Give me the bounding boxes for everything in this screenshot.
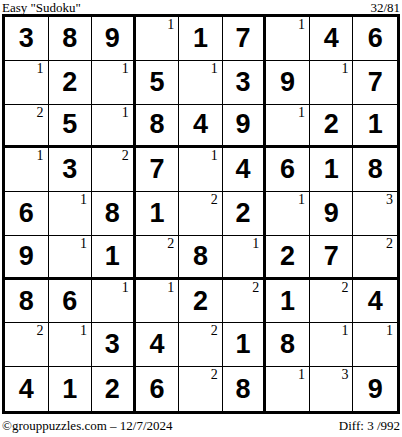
cell-r4c1[interactable]: 1 — [5, 148, 49, 192]
cell-value: 8 — [266, 323, 309, 366]
cell-r6c5[interactable]: 8 — [179, 236, 223, 280]
cell-value: 8 — [179, 236, 222, 277]
cell-r4c8[interactable]: 1 — [310, 148, 354, 192]
cell-value: 3 — [5, 17, 48, 60]
cell-r1c2[interactable]: 8 — [49, 17, 93, 61]
pencil-mark: 2 — [37, 324, 44, 338]
header: Easy "Sudoku" 32/81 — [0, 0, 402, 14]
cell-r3c7[interactable]: 1 — [266, 105, 310, 149]
cell-value: 8 — [136, 105, 179, 146]
cell-r1c6[interactable]: 7 — [223, 17, 267, 61]
pencil-mark: 1 — [252, 237, 259, 251]
cell-value: 1 — [266, 280, 309, 323]
sudoku-board: 3891171461215139172518491211327146186181… — [2, 14, 400, 414]
copyright-text: ©grouppuzzles.com – 12/7/2024 — [2, 419, 173, 433]
cell-r7c9[interactable]: 4 — [353, 280, 397, 324]
cell-r3c2[interactable]: 5 — [49, 105, 93, 149]
cell-r8c4[interactable]: 4 — [136, 323, 180, 367]
cell-value: 9 — [310, 192, 353, 235]
pencil-mark: 1 — [341, 324, 348, 338]
cell-r2c9[interactable]: 7 — [353, 61, 397, 105]
pencil-mark: 2 — [252, 281, 259, 295]
cell-r6c9[interactable]: 2 — [353, 236, 397, 280]
cell-r4c3[interactable]: 2 — [92, 148, 136, 192]
cell-r5c2[interactable]: 1 — [49, 192, 93, 236]
cell-r6c7[interactable]: 2 — [266, 236, 310, 280]
cell-value: 9 — [223, 105, 264, 146]
cell-r3c8[interactable]: 2 — [310, 105, 354, 149]
cell-r3c4[interactable]: 8 — [136, 105, 180, 149]
cell-value: 6 — [266, 148, 309, 191]
cell-r4c4[interactable]: 7 — [136, 148, 180, 192]
difficulty-text: Diff: 3 /992 — [339, 419, 400, 433]
cell-r5c1[interactable]: 6 — [5, 192, 49, 236]
cell-r8c2[interactable]: 1 — [49, 323, 93, 367]
cell-value: 5 — [49, 105, 92, 146]
cell-value: 4 — [136, 323, 179, 366]
cell-r5c9[interactable]: 3 — [353, 192, 397, 236]
cell-r9c7[interactable]: 1 — [266, 367, 310, 411]
cell-r5c8[interactable]: 9 — [310, 192, 354, 236]
cell-value: 1 — [92, 236, 133, 277]
cell-value: 4 — [223, 148, 264, 191]
cell-r3c3[interactable]: 1 — [92, 105, 136, 149]
cell-r1c1[interactable]: 3 — [5, 17, 49, 61]
cell-value: 2 — [266, 236, 309, 277]
cell-r2c5[interactable]: 1 — [179, 61, 223, 105]
cell-value: 4 — [353, 280, 397, 323]
pencil-mark: 2 — [386, 237, 393, 251]
cell-r8c5[interactable]: 2 — [179, 323, 223, 367]
pencil-mark: 1 — [211, 149, 218, 163]
pencil-mark: 1 — [298, 106, 305, 120]
pencil-mark: 1 — [122, 281, 129, 295]
cell-value: 9 — [353, 367, 397, 411]
pencil-mark: 1 — [37, 62, 44, 76]
pencil-mark: 1 — [167, 18, 174, 32]
pencil-mark: 1 — [298, 18, 305, 32]
pencil-mark: 2 — [341, 281, 348, 295]
cell-r7c2[interactable]: 6 — [49, 280, 93, 324]
cell-value: 2 — [223, 192, 264, 235]
cell-r8c1[interactable]: 2 — [5, 323, 49, 367]
cell-r7c5[interactable]: 2 — [179, 280, 223, 324]
pencil-mark: 1 — [167, 281, 174, 295]
cell-value: 1 — [310, 148, 353, 191]
progress-counter: 32/81 — [370, 1, 400, 14]
cell-r1c9[interactable]: 6 — [353, 17, 397, 61]
cell-r9c3[interactable]: 2 — [92, 367, 136, 411]
cell-r1c3[interactable]: 9 — [92, 17, 136, 61]
cell-r5c5[interactable]: 2 — [179, 192, 223, 236]
pencil-mark: 2 — [211, 324, 218, 338]
cell-r4c5[interactable]: 1 — [179, 148, 223, 192]
pencil-mark: 1 — [341, 62, 348, 76]
cell-value: 8 — [223, 367, 264, 411]
cell-value: 9 — [5, 236, 48, 277]
cell-r8c8[interactable]: 1 — [310, 323, 354, 367]
cell-r1c7[interactable]: 1 — [266, 17, 310, 61]
cell-r5c7[interactable]: 1 — [266, 192, 310, 236]
cell-value: 8 — [49, 17, 92, 60]
pencil-mark: 1 — [37, 149, 44, 163]
cell-value: 4 — [179, 105, 222, 146]
cell-r9c1[interactable]: 4 — [5, 367, 49, 411]
cell-value: 1 — [136, 192, 179, 235]
pencil-mark: 3 — [341, 368, 348, 382]
cell-value: 6 — [5, 192, 48, 235]
cell-r2c7[interactable]: 9 — [266, 61, 310, 105]
cell-r6c2[interactable]: 1 — [49, 236, 93, 280]
cell-r5c6[interactable]: 2 — [223, 192, 267, 236]
cell-r4c6[interactable]: 4 — [223, 148, 267, 192]
cell-value: 6 — [136, 367, 179, 411]
cell-r2c3[interactable]: 1 — [92, 61, 136, 105]
cell-value: 7 — [353, 61, 397, 104]
cell-r8c6[interactable]: 1 — [223, 323, 267, 367]
pencil-mark: 1 — [122, 62, 129, 76]
cell-r9c2[interactable]: 1 — [49, 367, 93, 411]
cell-value: 5 — [136, 61, 179, 104]
cell-value: 9 — [266, 61, 309, 104]
cell-r1c5[interactable]: 1 — [179, 17, 223, 61]
pencil-mark: 1 — [298, 368, 305, 382]
cell-r9c6[interactable]: 8 — [223, 367, 267, 411]
cell-value: 8 — [92, 192, 133, 235]
cell-value: 8 — [353, 148, 397, 191]
pencil-mark: 1 — [80, 324, 87, 338]
cell-value: 1 — [353, 105, 397, 146]
pencil-mark: 1 — [211, 62, 218, 76]
pencil-mark: 1 — [122, 106, 129, 120]
pencil-mark: 1 — [298, 193, 305, 207]
cell-r6c8[interactable]: 7 — [310, 236, 354, 280]
cell-r9c5[interactable]: 2 — [179, 367, 223, 411]
cell-r3c1[interactable]: 2 — [5, 105, 49, 149]
pencil-mark: 1 — [386, 324, 393, 338]
pencil-mark: 2 — [211, 368, 218, 382]
cell-value: 9 — [92, 17, 133, 60]
cell-r8c7[interactable]: 8 — [266, 323, 310, 367]
cell-value: 2 — [49, 61, 92, 104]
cell-r9c8[interactable]: 3 — [310, 367, 354, 411]
cell-r6c1[interactable]: 9 — [5, 236, 49, 280]
cell-r2c6[interactable]: 3 — [223, 61, 267, 105]
cell-value: 1 — [179, 17, 222, 60]
cell-r6c6[interactable]: 1 — [223, 236, 267, 280]
puzzle-title: Easy "Sudoku" — [2, 1, 81, 14]
cell-value: 1 — [49, 367, 92, 411]
cell-r4c9[interactable]: 8 — [353, 148, 397, 192]
cell-value: 7 — [310, 236, 353, 277]
cell-r3c6[interactable]: 9 — [223, 105, 267, 149]
cell-value: 4 — [5, 367, 48, 411]
cell-r1c8[interactable]: 4 — [310, 17, 354, 61]
cell-r2c2[interactable]: 2 — [49, 61, 93, 105]
pencil-mark: 1 — [80, 237, 87, 251]
cell-r4c7[interactable]: 6 — [266, 148, 310, 192]
cell-r7c6[interactable]: 2 — [223, 280, 267, 324]
cell-r7c3[interactable]: 1 — [92, 280, 136, 324]
cell-value: 2 — [310, 105, 353, 146]
cell-r6c3[interactable]: 1 — [92, 236, 136, 280]
cell-r2c8[interactable]: 1 — [310, 61, 354, 105]
cell-r7c4[interactable]: 1 — [136, 280, 180, 324]
cell-value: 3 — [223, 61, 264, 104]
footer: ©grouppuzzles.com – 12/7/2024 Diff: 3 /9… — [0, 419, 402, 433]
cell-r7c7[interactable]: 1 — [266, 280, 310, 324]
cell-value: 7 — [223, 17, 264, 60]
pencil-mark: 2 — [122, 149, 129, 163]
cell-r3c5[interactable]: 4 — [179, 105, 223, 149]
pencil-mark: 1 — [80, 193, 87, 207]
pencil-mark: 2 — [167, 237, 174, 251]
cell-r5c4[interactable]: 1 — [136, 192, 180, 236]
cell-r9c9[interactable]: 9 — [353, 367, 397, 411]
cell-r9c4[interactable]: 6 — [136, 367, 180, 411]
cell-value: 6 — [353, 17, 397, 60]
cell-r1c4[interactable]: 1 — [136, 17, 180, 61]
cell-value: 2 — [92, 367, 133, 411]
cell-r2c4[interactable]: 5 — [136, 61, 180, 105]
cell-value: 7 — [136, 148, 179, 191]
pencil-mark: 2 — [211, 193, 218, 207]
cell-r4c2[interactable]: 3 — [49, 148, 93, 192]
cell-value: 3 — [49, 148, 92, 191]
pencil-mark: 3 — [386, 193, 393, 207]
cell-value: 2 — [179, 280, 222, 323]
cell-r8c9[interactable]: 1 — [353, 323, 397, 367]
cell-value: 4 — [310, 17, 353, 60]
cell-r6c4[interactable]: 2 — [136, 236, 180, 280]
pencil-mark: 2 — [37, 106, 44, 120]
cell-r5c3[interactable]: 8 — [92, 192, 136, 236]
cell-value: 1 — [223, 323, 264, 366]
cell-r8c3[interactable]: 3 — [92, 323, 136, 367]
cell-r7c1[interactable]: 8 — [5, 280, 49, 324]
cell-r3c9[interactable]: 1 — [353, 105, 397, 149]
cell-r7c8[interactable]: 2 — [310, 280, 354, 324]
cell-value: 3 — [92, 323, 133, 366]
cell-r2c1[interactable]: 1 — [5, 61, 49, 105]
cell-value: 8 — [5, 280, 48, 323]
cell-value: 6 — [49, 280, 92, 323]
